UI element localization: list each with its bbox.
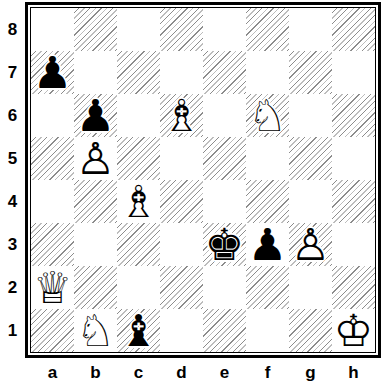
board-column: ♟♟♟♟♝♗♞♘♟♙♝♗♚♚♟♟♟♙♛♕♞♘♝♝♚♔ abcdefgh	[25, 2, 381, 388]
square-c7[interactable]	[117, 51, 160, 94]
piece-black-pawn: ♟	[31, 51, 74, 94]
square-g6[interactable]	[289, 94, 332, 137]
square-e3[interactable]: ♚♚	[203, 223, 246, 266]
square-f1[interactable]	[246, 309, 289, 352]
rank-label-3: 3	[8, 223, 17, 266]
piece-halo: ♟	[74, 94, 117, 137]
square-f5[interactable]	[246, 137, 289, 180]
square-d4[interactable]	[160, 180, 203, 223]
square-h8[interactable]	[332, 8, 375, 51]
file-label-h: h	[332, 358, 375, 388]
square-b8[interactable]	[74, 8, 117, 51]
square-f2[interactable]	[246, 266, 289, 309]
square-d1[interactable]	[160, 309, 203, 352]
file-label-b: b	[74, 358, 117, 388]
rank-label-1: 1	[8, 309, 17, 352]
square-b6[interactable]: ♟♟	[74, 94, 117, 137]
piece-halo: ♟	[31, 51, 74, 94]
square-h1[interactable]: ♚♔	[332, 309, 375, 352]
file-label-g: g	[289, 358, 332, 388]
file-labels: abcdefgh	[25, 358, 381, 388]
square-c8[interactable]	[117, 8, 160, 51]
square-h7[interactable]	[332, 51, 375, 94]
piece-halo: ♝	[117, 309, 160, 352]
square-b1[interactable]: ♞♘	[74, 309, 117, 352]
piece-halo: ♚	[203, 223, 246, 266]
square-b7[interactable]	[74, 51, 117, 94]
square-f6[interactable]: ♞♘	[246, 94, 289, 137]
rank-label-6: 6	[8, 94, 17, 137]
square-a2[interactable]: ♛♕	[31, 266, 74, 309]
piece-halo: ♛	[31, 266, 74, 309]
piece-halo: ♝	[160, 94, 203, 137]
square-d7[interactable]	[160, 51, 203, 94]
square-g5[interactable]	[289, 137, 332, 180]
square-d6[interactable]: ♝♗	[160, 94, 203, 137]
rank-label-7: 7	[8, 51, 17, 94]
square-d2[interactable]	[160, 266, 203, 309]
file-label-e: e	[203, 358, 246, 388]
piece-black-bishop: ♝	[117, 309, 160, 352]
square-e6[interactable]	[203, 94, 246, 137]
piece-halo: ♚	[332, 309, 375, 352]
piece-white-pawn: ♙	[74, 137, 117, 180]
square-h2[interactable]	[332, 266, 375, 309]
rank-label-4: 4	[8, 180, 17, 223]
rank-label-5: 5	[8, 137, 17, 180]
rank-labels: 87654321	[0, 2, 25, 388]
square-a5[interactable]	[31, 137, 74, 180]
square-b2[interactable]	[74, 266, 117, 309]
file-label-c: c	[117, 358, 160, 388]
square-f4[interactable]	[246, 180, 289, 223]
square-b5[interactable]: ♟♙	[74, 137, 117, 180]
file-label-d: d	[160, 358, 203, 388]
square-b3[interactable]	[74, 223, 117, 266]
file-label-a: a	[31, 358, 74, 388]
piece-halo: ♟	[246, 223, 289, 266]
square-a7[interactable]: ♟♟	[31, 51, 74, 94]
square-g2[interactable]	[289, 266, 332, 309]
square-c1[interactable]: ♝♝	[117, 309, 160, 352]
square-c3[interactable]	[117, 223, 160, 266]
square-h3[interactable]	[332, 223, 375, 266]
page: { "game": "chess", "position": { "fen": …	[0, 0, 385, 389]
square-a8[interactable]	[31, 8, 74, 51]
piece-halo: ♟	[289, 223, 332, 266]
square-a3[interactable]	[31, 223, 74, 266]
square-f3[interactable]: ♟♟	[246, 223, 289, 266]
square-a6[interactable]	[31, 94, 74, 137]
piece-white-knight: ♘	[74, 309, 117, 352]
piece-black-king: ♚	[203, 223, 246, 266]
square-e1[interactable]	[203, 309, 246, 352]
square-d5[interactable]	[160, 137, 203, 180]
piece-white-knight: ♘	[246, 94, 289, 137]
square-d8[interactable]	[160, 8, 203, 51]
square-g8[interactable]	[289, 8, 332, 51]
piece-black-pawn: ♟	[246, 223, 289, 266]
square-c2[interactable]	[117, 266, 160, 309]
square-e5[interactable]	[203, 137, 246, 180]
piece-white-pawn: ♙	[289, 223, 332, 266]
square-e2[interactable]	[203, 266, 246, 309]
square-b4[interactable]	[74, 180, 117, 223]
piece-halo: ♞	[74, 309, 117, 352]
piece-white-bishop: ♗	[160, 94, 203, 137]
piece-halo: ♞	[246, 94, 289, 137]
square-c4[interactable]: ♝♗	[117, 180, 160, 223]
piece-halo: ♟	[74, 137, 117, 180]
chess-diagram: 87654321 ♟♟♟♟♝♗♞♘♟♙♝♗♚♚♟♟♟♙♛♕♞♘♝♝♚♔ abcd…	[0, 0, 385, 388]
square-f8[interactable]	[246, 8, 289, 51]
square-e4[interactable]	[203, 180, 246, 223]
square-h4[interactable]	[332, 180, 375, 223]
square-a1[interactable]	[31, 309, 74, 352]
square-e7[interactable]	[203, 51, 246, 94]
chess-board: ♟♟♟♟♝♗♞♘♟♙♝♗♚♚♟♟♟♙♛♕♞♘♝♝♚♔	[30, 7, 376, 353]
square-e8[interactable]	[203, 8, 246, 51]
piece-white-queen: ♕	[31, 266, 74, 309]
square-c6[interactable]	[117, 94, 160, 137]
square-h6[interactable]	[332, 94, 375, 137]
square-h5[interactable]	[332, 137, 375, 180]
piece-halo: ♝	[117, 180, 160, 223]
square-g4[interactable]	[289, 180, 332, 223]
piece-white-king: ♔	[332, 309, 375, 352]
piece-black-pawn: ♟	[74, 94, 117, 137]
rank-label-2: 2	[8, 266, 17, 309]
square-f7[interactable]	[246, 51, 289, 94]
square-d3[interactable]	[160, 223, 203, 266]
chess-board-frame: ♟♟♟♟♝♗♞♘♟♙♝♗♚♚♟♟♟♙♛♕♞♘♝♝♚♔	[25, 2, 381, 358]
rank-label-8: 8	[8, 8, 17, 51]
square-g7[interactable]	[289, 51, 332, 94]
square-g3[interactable]: ♟♙	[289, 223, 332, 266]
file-label-f: f	[246, 358, 289, 388]
square-g1[interactable]	[289, 309, 332, 352]
piece-white-bishop: ♗	[117, 180, 160, 223]
square-c5[interactable]	[117, 137, 160, 180]
square-a4[interactable]	[31, 180, 74, 223]
